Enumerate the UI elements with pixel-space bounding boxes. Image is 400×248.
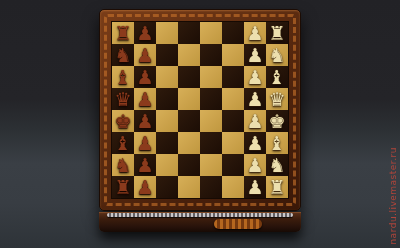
- square-e4: [200, 110, 222, 132]
- piece-black-bishop: ♝: [114, 134, 131, 153]
- piece-black-pawn: ♟: [136, 24, 153, 43]
- square-g8: ♞: [112, 154, 134, 176]
- piece-black-pawn: ♟: [136, 112, 153, 131]
- piece-black-pawn: ♟: [136, 134, 153, 153]
- square-d7: ♟: [134, 88, 156, 110]
- chess-set: ♜♟♟♜♞♟♟♞♝♟♟♝♛♟♟♛♚♟♟♚♝♟♟♝♞♟♟♞♜♟♟♜: [99, 9, 301, 232]
- square-b7: ♟: [134, 44, 156, 66]
- carved-board-frame: ♜♟♟♜♞♟♟♞♝♟♟♝♛♟♟♛♚♟♟♚♝♟♟♝♞♟♟♞♜♟♟♜: [99, 9, 301, 211]
- square-a7: ♟: [134, 22, 156, 44]
- square-f1: ♝: [266, 132, 288, 154]
- chess-board: ♜♟♟♜♞♟♟♞♝♟♟♝♛♟♟♛♚♟♟♚♝♟♟♝♞♟♟♞♜♟♟♜: [111, 21, 289, 199]
- piece-black-queen: ♛: [114, 90, 131, 109]
- square-c1: ♝: [266, 66, 288, 88]
- piece-black-pawn: ♟: [136, 68, 153, 87]
- square-a8: ♜: [112, 22, 134, 44]
- square-e8: ♚: [112, 110, 134, 132]
- piece-black-pawn: ♟: [136, 156, 153, 175]
- square-h7: ♟: [134, 176, 156, 198]
- watermark-text: nardu.livemaster.ru: [388, 147, 398, 245]
- square-f8: ♝: [112, 132, 134, 154]
- piece-black-knight: ♞: [114, 46, 131, 65]
- piece-black-pawn: ♟: [136, 46, 153, 65]
- piece-white-pawn: ♟: [246, 156, 263, 175]
- square-b2: ♟: [244, 44, 266, 66]
- square-g6: [156, 154, 178, 176]
- square-g3: [222, 154, 244, 176]
- square-a5: [178, 22, 200, 44]
- square-d6: [156, 88, 178, 110]
- piece-white-pawn: ♟: [246, 134, 263, 153]
- square-a1: ♜: [266, 22, 288, 44]
- piece-white-pawn: ♟: [246, 112, 263, 131]
- square-a4: [200, 22, 222, 44]
- square-c4: [200, 66, 222, 88]
- square-c3: [222, 66, 244, 88]
- piece-white-pawn: ♟: [246, 46, 263, 65]
- square-b5: [178, 44, 200, 66]
- piece-black-king: ♚: [114, 112, 131, 131]
- square-e1: ♚: [266, 110, 288, 132]
- box-front-panel: [99, 212, 301, 232]
- piece-white-bishop: ♝: [268, 68, 285, 87]
- square-f7: ♟: [134, 132, 156, 154]
- square-b3: [222, 44, 244, 66]
- square-e7: ♟: [134, 110, 156, 132]
- square-d3: [222, 88, 244, 110]
- piece-white-queen: ♛: [268, 90, 285, 109]
- square-b4: [200, 44, 222, 66]
- piece-black-bishop: ♝: [114, 68, 131, 87]
- square-d8: ♛: [112, 88, 134, 110]
- piece-white-rook: ♜: [268, 178, 285, 197]
- square-f2: ♟: [244, 132, 266, 154]
- square-g1: ♞: [266, 154, 288, 176]
- square-c7: ♟: [134, 66, 156, 88]
- square-h8: ♜: [112, 176, 134, 198]
- square-c2: ♟: [244, 66, 266, 88]
- square-a2: ♟: [244, 22, 266, 44]
- piece-white-knight: ♞: [268, 156, 285, 175]
- piece-white-pawn: ♟: [246, 90, 263, 109]
- piece-white-pawn: ♟: [246, 178, 263, 197]
- square-e5: [178, 110, 200, 132]
- square-b8: ♞: [112, 44, 134, 66]
- square-a6: [156, 22, 178, 44]
- square-d1: ♛: [266, 88, 288, 110]
- square-f5: [178, 132, 200, 154]
- square-d4: [200, 88, 222, 110]
- piece-black-pawn: ♟: [136, 178, 153, 197]
- square-f6: [156, 132, 178, 154]
- square-e2: ♟: [244, 110, 266, 132]
- square-h2: ♟: [244, 176, 266, 198]
- piece-black-pawn: ♟: [136, 90, 153, 109]
- piece-white-pawn: ♟: [246, 24, 263, 43]
- square-h6: [156, 176, 178, 198]
- square-c8: ♝: [112, 66, 134, 88]
- square-d2: ♟: [244, 88, 266, 110]
- square-b6: [156, 44, 178, 66]
- square-a3: [222, 22, 244, 44]
- photo-scene: ♜♟♟♜♞♟♟♞♝♟♟♝♛♟♟♛♚♟♟♚♝♟♟♝♞♟♟♞♜♟♟♜ nardu.l…: [0, 0, 400, 248]
- square-g5: [178, 154, 200, 176]
- carved-medallion: [214, 219, 262, 229]
- square-h4: [200, 176, 222, 198]
- piece-white-pawn: ♟: [246, 68, 263, 87]
- square-c6: [156, 66, 178, 88]
- square-f4: [200, 132, 222, 154]
- square-g7: ♟: [134, 154, 156, 176]
- square-h3: [222, 176, 244, 198]
- piece-black-rook: ♜: [114, 178, 131, 197]
- piece-white-bishop: ♝: [268, 134, 285, 153]
- square-g4: [200, 154, 222, 176]
- square-b1: ♞: [266, 44, 288, 66]
- square-f3: [222, 132, 244, 154]
- hinge-strip: [107, 213, 293, 217]
- piece-white-king: ♚: [268, 112, 285, 131]
- square-e3: [222, 110, 244, 132]
- square-e6: [156, 110, 178, 132]
- square-d5: [178, 88, 200, 110]
- piece-white-knight: ♞: [268, 46, 285, 65]
- square-h1: ♜: [266, 176, 288, 198]
- piece-white-rook: ♜: [268, 24, 285, 43]
- square-c5: [178, 66, 200, 88]
- square-h5: [178, 176, 200, 198]
- piece-black-rook: ♜: [114, 24, 131, 43]
- piece-black-knight: ♞: [114, 156, 131, 175]
- square-g2: ♟: [244, 154, 266, 176]
